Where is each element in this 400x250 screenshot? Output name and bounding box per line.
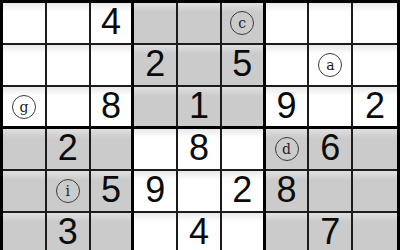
cell-r6c4[interactable]: [134, 213, 178, 250]
cell-r1c6[interactable]: c: [222, 3, 266, 45]
given-digit: 2: [58, 130, 78, 168]
given-digit: 8: [277, 172, 297, 210]
cell-r3c7[interactable]: 9: [266, 87, 310, 129]
given-digit: 6: [320, 130, 340, 168]
cell-r6c1[interactable]: [3, 213, 47, 250]
given-digit: 3: [58, 214, 78, 250]
given-digit: 5: [232, 46, 252, 84]
sudoku-screenshot: 4c25ag819228d6i5928347: [0, 0, 400, 250]
circled-letter-c: c: [230, 11, 254, 35]
sudoku-board: 4c25ag819228d6i5928347: [0, 0, 400, 250]
cell-r3c9[interactable]: 2: [353, 87, 397, 129]
cell-r5c8[interactable]: [309, 171, 353, 213]
cell-r3c8[interactable]: [309, 87, 353, 129]
cell-r6c5[interactable]: 4: [178, 213, 222, 250]
cell-r2c6[interactable]: 5: [222, 45, 266, 87]
cell-r2c5[interactable]: [178, 45, 222, 87]
given-digit: 4: [101, 4, 121, 42]
cell-r3c3[interactable]: 8: [91, 87, 135, 129]
cell-r1c9[interactable]: [353, 3, 397, 45]
circled-letter-d: d: [275, 137, 299, 161]
cell-r1c3[interactable]: 4: [91, 3, 135, 45]
cell-r1c7[interactable]: [266, 3, 310, 45]
given-digit: 8: [189, 130, 209, 168]
given-digit: 4: [189, 214, 209, 250]
given-digit: 2: [145, 46, 165, 84]
cell-r4c5[interactable]: 8: [178, 129, 222, 171]
cell-r5c5[interactable]: [178, 171, 222, 213]
cell-r4c7[interactable]: d: [266, 129, 310, 171]
cell-r2c7[interactable]: [266, 45, 310, 87]
cell-r2c1[interactable]: [3, 45, 47, 87]
cell-r2c4[interactable]: 2: [134, 45, 178, 87]
given-digit: 1: [189, 88, 209, 126]
cell-r1c4[interactable]: [134, 3, 178, 45]
cell-r5c3[interactable]: 5: [91, 171, 135, 213]
cell-r3c2[interactable]: [47, 87, 91, 129]
cell-r3c4[interactable]: [134, 87, 178, 129]
cell-r1c2[interactable]: [47, 3, 91, 45]
cell-r4c6[interactable]: [222, 129, 266, 171]
given-digit: 2: [232, 172, 252, 210]
cell-r4c1[interactable]: [3, 129, 47, 171]
cell-r6c6[interactable]: [222, 213, 266, 250]
cell-r5c9[interactable]: [353, 171, 397, 213]
given-digit: 7: [320, 214, 340, 250]
circled-letter-a: a: [318, 53, 342, 77]
given-digit: 5: [101, 172, 121, 210]
cell-r2c9[interactable]: [353, 45, 397, 87]
circled-letter-g: g: [12, 95, 36, 119]
cell-r4c9[interactable]: [353, 129, 397, 171]
cell-r6c3[interactable]: [91, 213, 135, 250]
cell-r1c1[interactable]: [3, 3, 47, 45]
cell-r5c1[interactable]: [3, 171, 47, 213]
cell-r2c2[interactable]: [47, 45, 91, 87]
cell-r2c8[interactable]: a: [309, 45, 353, 87]
given-digit: 9: [277, 88, 297, 126]
cell-r5c6[interactable]: 2: [222, 171, 266, 213]
cell-r6c9[interactable]: [353, 213, 397, 250]
cell-r6c7[interactable]: [266, 213, 310, 250]
cell-r4c8[interactable]: 6: [309, 129, 353, 171]
circled-letter-i: i: [56, 179, 80, 203]
given-digit: 9: [145, 172, 165, 210]
given-digit: 8: [101, 88, 121, 126]
cell-r5c2[interactable]: i: [47, 171, 91, 213]
given-digit: 2: [365, 88, 385, 126]
cell-r4c4[interactable]: [134, 129, 178, 171]
cell-r1c5[interactable]: [178, 3, 222, 45]
cell-r5c4[interactable]: 9: [134, 171, 178, 213]
cell-r4c2[interactable]: 2: [47, 129, 91, 171]
cell-r6c8[interactable]: 7: [309, 213, 353, 250]
cell-r4c3[interactable]: [91, 129, 135, 171]
cell-r3c5[interactable]: 1: [178, 87, 222, 129]
cell-r3c6[interactable]: [222, 87, 266, 129]
cell-r1c8[interactable]: [309, 3, 353, 45]
cell-r2c3[interactable]: [91, 45, 135, 87]
cell-r6c2[interactable]: 3: [47, 213, 91, 250]
cell-r5c7[interactable]: 8: [266, 171, 310, 213]
cell-r3c1[interactable]: g: [3, 87, 47, 129]
